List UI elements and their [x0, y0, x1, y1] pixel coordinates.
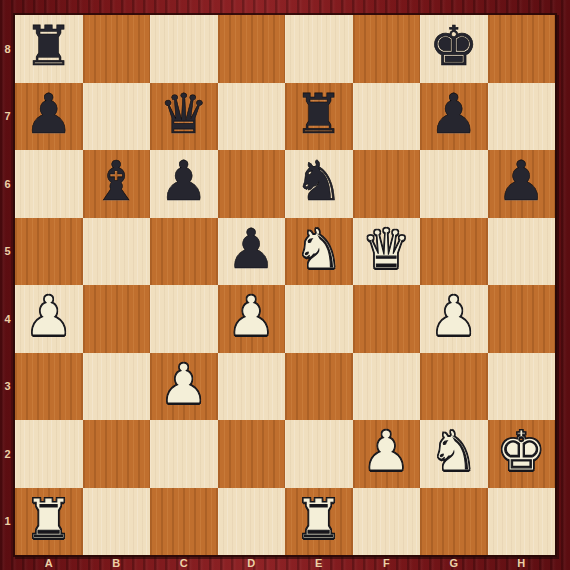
- square-f2[interactable]: ♟: [353, 420, 421, 488]
- square-a4[interactable]: ♟: [15, 285, 83, 353]
- square-h5[interactable]: [488, 218, 556, 286]
- square-d7[interactable]: [218, 83, 286, 151]
- square-g6[interactable]: [420, 150, 488, 218]
- square-h4[interactable]: [488, 285, 556, 353]
- white-rook-a1[interactable]: ♜: [24, 492, 73, 547]
- black-knight-e6[interactable]: ♞: [294, 154, 343, 209]
- white-pawn-g4[interactable]: ♟: [429, 289, 478, 344]
- square-b8[interactable]: [83, 15, 151, 83]
- black-king-g8[interactable]: ♚: [429, 19, 478, 74]
- square-d1[interactable]: [218, 488, 286, 556]
- square-f4[interactable]: [353, 285, 421, 353]
- rank-label-6: 6: [0, 150, 15, 218]
- square-a2[interactable]: [15, 420, 83, 488]
- square-b6[interactable]: ♝: [83, 150, 151, 218]
- rank-label-5: 5: [0, 218, 15, 286]
- rank-label-8: 8: [0, 15, 15, 83]
- white-knight-e5[interactable]: ♞: [294, 222, 343, 277]
- square-e8[interactable]: [285, 15, 353, 83]
- square-a6[interactable]: [15, 150, 83, 218]
- file-label-f: F: [353, 555, 421, 570]
- square-a1[interactable]: ♜: [15, 488, 83, 556]
- square-e4[interactable]: [285, 285, 353, 353]
- file-label-b: B: [83, 555, 151, 570]
- square-h7[interactable]: [488, 83, 556, 151]
- rank-label-7: 7: [0, 83, 15, 151]
- file-label-c: C: [150, 555, 218, 570]
- square-c1[interactable]: [150, 488, 218, 556]
- square-h3[interactable]: [488, 353, 556, 421]
- square-h8[interactable]: [488, 15, 556, 83]
- square-g3[interactable]: [420, 353, 488, 421]
- rank-label-4: 4: [0, 285, 15, 353]
- rank-labels: 87654321: [0, 15, 15, 555]
- square-e5[interactable]: ♞: [285, 218, 353, 286]
- square-f8[interactable]: [353, 15, 421, 83]
- square-h2[interactable]: ♚: [488, 420, 556, 488]
- square-f1[interactable]: [353, 488, 421, 556]
- file-label-g: G: [420, 555, 488, 570]
- square-f6[interactable]: [353, 150, 421, 218]
- square-b7[interactable]: [83, 83, 151, 151]
- black-bishop-b6[interactable]: ♝: [92, 154, 141, 209]
- file-label-a: A: [15, 555, 83, 570]
- square-d2[interactable]: [218, 420, 286, 488]
- square-d8[interactable]: [218, 15, 286, 83]
- square-f7[interactable]: [353, 83, 421, 151]
- square-a5[interactable]: [15, 218, 83, 286]
- square-b4[interactable]: [83, 285, 151, 353]
- black-pawn-d5[interactable]: ♟: [227, 222, 276, 277]
- square-d5[interactable]: ♟: [218, 218, 286, 286]
- square-f5[interactable]: ♛: [353, 218, 421, 286]
- black-pawn-c6[interactable]: ♟: [159, 154, 208, 209]
- black-queen-c7[interactable]: ♛: [159, 87, 208, 142]
- white-rook-e1[interactable]: ♜: [294, 492, 343, 547]
- square-g8[interactable]: ♚: [420, 15, 488, 83]
- rank-label-3: 3: [0, 353, 15, 421]
- square-a8[interactable]: ♜: [15, 15, 83, 83]
- square-c7[interactable]: ♛: [150, 83, 218, 151]
- rank-label-1: 1: [0, 488, 15, 556]
- square-e6[interactable]: ♞: [285, 150, 353, 218]
- square-d6[interactable]: [218, 150, 286, 218]
- square-g2[interactable]: ♞: [420, 420, 488, 488]
- black-rook-e7[interactable]: ♜: [294, 87, 343, 142]
- white-queen-f5[interactable]: ♛: [362, 222, 411, 277]
- square-g5[interactable]: [420, 218, 488, 286]
- square-c4[interactable]: [150, 285, 218, 353]
- file-labels: ABCDEFGH: [15, 555, 555, 570]
- square-a3[interactable]: [15, 353, 83, 421]
- square-e7[interactable]: ♜: [285, 83, 353, 151]
- square-e1[interactable]: ♜: [285, 488, 353, 556]
- square-h1[interactable]: [488, 488, 556, 556]
- square-c5[interactable]: [150, 218, 218, 286]
- square-a7[interactable]: ♟: [15, 83, 83, 151]
- black-rook-a8[interactable]: ♜: [24, 19, 73, 74]
- square-g1[interactable]: [420, 488, 488, 556]
- square-g4[interactable]: ♟: [420, 285, 488, 353]
- file-label-e: E: [285, 555, 353, 570]
- rank-label-2: 2: [0, 420, 15, 488]
- black-pawn-a7[interactable]: ♟: [24, 87, 73, 142]
- square-c8[interactable]: [150, 15, 218, 83]
- file-label-h: H: [488, 555, 556, 570]
- square-b5[interactable]: [83, 218, 151, 286]
- square-c2[interactable]: [150, 420, 218, 488]
- white-knight-g2[interactable]: ♞: [429, 424, 478, 479]
- chess-board: ♜♚♟♛♜♟♝♟♞♟♟♞♛♟♟♟♟♟♞♚♜♜: [15, 15, 555, 555]
- square-d4[interactable]: ♟: [218, 285, 286, 353]
- square-d3[interactable]: [218, 353, 286, 421]
- white-pawn-c3[interactable]: ♟: [159, 357, 208, 412]
- square-g7[interactable]: ♟: [420, 83, 488, 151]
- black-pawn-h6[interactable]: ♟: [497, 154, 546, 209]
- white-pawn-d4[interactable]: ♟: [227, 289, 276, 344]
- white-pawn-f2[interactable]: ♟: [362, 424, 411, 479]
- file-label-d: D: [218, 555, 286, 570]
- square-h6[interactable]: ♟: [488, 150, 556, 218]
- square-e2[interactable]: [285, 420, 353, 488]
- board-frame: ♜♚♟♛♜♟♝♟♞♟♟♞♛♟♟♟♟♟♞♚♜♜ 87654321 ABCDEFGH: [0, 0, 570, 570]
- white-king-h2[interactable]: ♚: [497, 424, 546, 479]
- white-pawn-a4[interactable]: ♟: [24, 289, 73, 344]
- square-b1[interactable]: [83, 488, 151, 556]
- square-e3[interactable]: [285, 353, 353, 421]
- square-c6[interactable]: ♟: [150, 150, 218, 218]
- square-b2[interactable]: [83, 420, 151, 488]
- square-c3[interactable]: ♟: [150, 353, 218, 421]
- black-pawn-g7[interactable]: ♟: [429, 87, 478, 142]
- square-b3[interactable]: [83, 353, 151, 421]
- square-f3[interactable]: [353, 353, 421, 421]
